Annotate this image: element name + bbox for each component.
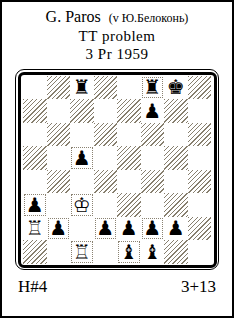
square-b4 (47, 170, 71, 194)
problem-header: G. Paros (v Ю.Белоконь) TT problem 3 Pr … (2, 7, 232, 63)
square-g2: ♟ (164, 217, 188, 241)
square-c2 (70, 217, 94, 241)
stipulation-label: H#4 (18, 277, 47, 297)
square-c3: ♔ (70, 193, 94, 217)
square-b3 (47, 193, 71, 217)
square-e3 (117, 193, 141, 217)
black-pawn-piece: ♟ (47, 217, 71, 241)
square-e6 (117, 123, 141, 147)
black-pawn-piece: ♟ (94, 217, 118, 241)
square-b1 (47, 240, 71, 264)
square-b2: ♟ (47, 217, 71, 241)
author-line: G. Paros (v Ю.Белоконь) (2, 7, 232, 27)
square-e8 (117, 76, 141, 100)
square-h3 (188, 193, 212, 217)
square-f8: ♜ (141, 76, 165, 100)
square-a3: ♟ (23, 193, 47, 217)
square-c7 (70, 99, 94, 123)
chess-problem-diagram: G. Paros (v Ю.Белоконь) TT problem 3 Pr … (0, 0, 234, 318)
black-pawn-piece: ♟ (164, 217, 188, 241)
square-f2: ♟ (141, 217, 165, 241)
square-c4 (70, 170, 94, 194)
white-rook-piece: ♖ (70, 240, 94, 264)
square-g5 (164, 146, 188, 170)
square-f6 (141, 123, 165, 147)
square-g3 (164, 193, 188, 217)
black-rook-piece: ♜ (141, 76, 165, 100)
square-e5 (117, 146, 141, 170)
square-c8: ♜ (70, 76, 94, 100)
material-count-label: 3+13 (181, 277, 216, 297)
black-king-piece: ♚ (164, 76, 188, 100)
square-d1 (94, 240, 118, 264)
square-f7: ♟ (141, 99, 165, 123)
black-bishop-piece: ♝ (141, 240, 165, 264)
square-a6 (23, 123, 47, 147)
square-e7 (117, 99, 141, 123)
square-b6 (47, 123, 71, 147)
square-c5: ♟ (70, 146, 94, 170)
square-h8 (188, 76, 212, 100)
square-h7 (188, 99, 212, 123)
black-pawn-piece: ♟ (141, 99, 165, 123)
square-a7 (23, 99, 47, 123)
square-g7 (164, 99, 188, 123)
square-g1 (164, 240, 188, 264)
square-h1 (188, 240, 212, 264)
event-line: TT problem (2, 27, 232, 45)
author-name: G. Paros (46, 8, 101, 25)
black-pawn-piece: ♟ (141, 217, 165, 241)
chess-board: ♜♜♚♟♟♟♔♖♟♟♟♟♟♖♝♝ (23, 76, 211, 264)
square-g4 (164, 170, 188, 194)
black-bishop-piece: ♝ (117, 240, 141, 264)
board-frame-inner: ♜♜♚♟♟♟♔♖♟♟♟♟♟♖♝♝ (18, 72, 217, 268)
square-f4 (141, 170, 165, 194)
black-pawn-piece: ♟ (117, 217, 141, 241)
square-h2 (188, 217, 212, 241)
black-rook-piece: ♜ (70, 76, 94, 100)
square-a1 (23, 240, 47, 264)
white-rook-piece: ♖ (23, 217, 47, 241)
square-h5 (188, 146, 212, 170)
award-line: 3 Pr 1959 (2, 45, 232, 63)
square-d8 (94, 76, 118, 100)
black-pawn-piece: ♟ (70, 146, 94, 170)
square-d4 (94, 170, 118, 194)
square-f3 (141, 193, 165, 217)
square-c6 (70, 123, 94, 147)
black-pawn-piece: ♟ (23, 193, 47, 217)
square-g6 (164, 123, 188, 147)
square-c1: ♖ (70, 240, 94, 264)
caption-row: H#4 3+13 (2, 277, 232, 297)
square-h6 (188, 123, 212, 147)
square-h4 (188, 170, 212, 194)
author-note: (v Ю.Белоконь) (109, 11, 189, 25)
square-d6 (94, 123, 118, 147)
square-d5 (94, 146, 118, 170)
square-a4 (23, 170, 47, 194)
square-e1: ♝ (117, 240, 141, 264)
square-a2: ♖ (23, 217, 47, 241)
square-b7 (47, 99, 71, 123)
square-b8 (47, 76, 71, 100)
square-d3 (94, 193, 118, 217)
square-b5 (47, 146, 71, 170)
square-a8 (23, 76, 47, 100)
square-d7 (94, 99, 118, 123)
square-e4 (117, 170, 141, 194)
square-g8: ♚ (164, 76, 188, 100)
square-e2: ♟ (117, 217, 141, 241)
square-a5 (23, 146, 47, 170)
square-f5 (141, 146, 165, 170)
board-frame-outer: ♜♜♚♟♟♟♔♖♟♟♟♟♟♖♝♝ (15, 69, 219, 270)
square-d2: ♟ (94, 217, 118, 241)
square-f1: ♝ (141, 240, 165, 264)
white-king-piece: ♔ (70, 193, 94, 217)
